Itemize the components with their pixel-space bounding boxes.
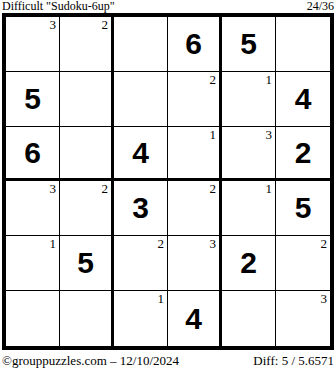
difficulty-rating: Diff: 5 / 5.6571 bbox=[253, 352, 334, 369]
player-mark: 3 bbox=[50, 182, 57, 195]
player-mark: 1 bbox=[266, 182, 273, 195]
cell-r5c2: 5 bbox=[60, 236, 114, 291]
cell-r6c2 bbox=[60, 291, 114, 346]
given-digit: 5 bbox=[60, 236, 111, 290]
given-digit: 5 bbox=[276, 181, 330, 235]
cell-r6c5 bbox=[222, 291, 276, 346]
cell-r2c3 bbox=[114, 72, 168, 127]
header: Difficult "Sudoku-6up" 24/36 bbox=[2, 0, 334, 13]
player-mark: 2 bbox=[210, 73, 217, 86]
copyright-date: ©grouppuzzles.com – 12/10/2024 bbox=[2, 352, 179, 369]
cell-r4c4: 2 bbox=[168, 181, 222, 236]
given-digit: 6 bbox=[168, 17, 219, 71]
cell-r6c6: 3 bbox=[276, 291, 330, 346]
cell-r1c2: 2 bbox=[60, 17, 114, 72]
player-mark: 2 bbox=[102, 182, 109, 195]
cell-r1c1: 3 bbox=[6, 17, 60, 72]
cell-r6c3: 1 bbox=[114, 291, 168, 346]
given-digit: 2 bbox=[276, 127, 330, 179]
cell-r2c2 bbox=[60, 72, 114, 127]
cell-r3c3: 4 bbox=[114, 127, 168, 182]
player-mark: 2 bbox=[321, 237, 328, 250]
cell-r3c2 bbox=[60, 127, 114, 182]
cell-r6c1 bbox=[6, 291, 60, 346]
given-digit: 4 bbox=[168, 291, 219, 346]
cell-r1c5: 5 bbox=[222, 17, 276, 72]
given-digit: 4 bbox=[276, 72, 330, 126]
cell-r2c6: 4 bbox=[276, 72, 330, 127]
player-mark: 1 bbox=[50, 237, 57, 250]
player-mark: 3 bbox=[321, 292, 328, 305]
cell-r5c5: 2 bbox=[222, 236, 276, 291]
player-mark: 3 bbox=[210, 237, 217, 250]
cell-r4c6: 5 bbox=[276, 181, 330, 236]
puzzle-page: Difficult "Sudoku-6up" 24/36 32655214641… bbox=[0, 0, 336, 370]
cell-r3c1: 6 bbox=[6, 127, 60, 182]
given-digit: 6 bbox=[6, 127, 59, 179]
given-digit: 5 bbox=[222, 17, 275, 71]
cell-r3c4: 1 bbox=[168, 127, 222, 182]
player-mark: 1 bbox=[266, 73, 273, 86]
player-mark: 2 bbox=[158, 237, 165, 250]
footer: ©grouppuzzles.com – 12/10/2024 Diff: 5 /… bbox=[2, 352, 334, 369]
player-mark: 1 bbox=[158, 292, 165, 305]
cell-r3c5: 3 bbox=[222, 127, 276, 182]
given-digit: 4 bbox=[114, 127, 167, 179]
cell-r4c1: 3 bbox=[6, 181, 60, 236]
puzzle-counter: 24/36 bbox=[307, 0, 334, 13]
cell-r5c3: 2 bbox=[114, 236, 168, 291]
cell-r1c6 bbox=[276, 17, 330, 72]
cell-r2c1: 5 bbox=[6, 72, 60, 127]
cell-r4c3: 3 bbox=[114, 181, 168, 236]
cell-r5c6: 2 bbox=[276, 236, 330, 291]
cell-r5c4: 3 bbox=[168, 236, 222, 291]
player-mark: 2 bbox=[102, 18, 109, 31]
cell-r1c3 bbox=[114, 17, 168, 72]
cell-r4c2: 2 bbox=[60, 181, 114, 236]
cell-r2c4: 2 bbox=[168, 72, 222, 127]
player-mark: 2 bbox=[210, 182, 217, 195]
cell-r5c1: 1 bbox=[6, 236, 60, 291]
cell-r1c4: 6 bbox=[168, 17, 222, 72]
player-mark: 3 bbox=[266, 128, 273, 141]
cell-r3c6: 2 bbox=[276, 127, 330, 182]
given-digit: 2 bbox=[222, 236, 275, 290]
cell-r2c5: 1 bbox=[222, 72, 276, 127]
player-mark: 3 bbox=[50, 18, 57, 31]
cell-r6c4: 4 bbox=[168, 291, 222, 346]
given-digit: 5 bbox=[6, 72, 59, 126]
puzzle-title: Difficult "Sudoku-6up" bbox=[2, 0, 115, 13]
player-mark: 1 bbox=[210, 128, 217, 141]
cell-r4c5: 1 bbox=[222, 181, 276, 236]
given-digit: 3 bbox=[114, 181, 167, 235]
sudoku-grid: 3265521464132323215152322143 bbox=[2, 13, 334, 350]
